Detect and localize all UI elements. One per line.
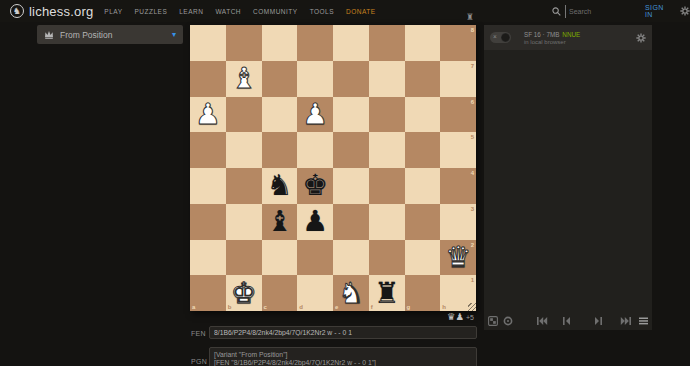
square-a1[interactable]: a [190,275,226,311]
file-label-b: b [228,304,232,310]
next-move-button[interactable] [594,316,603,326]
rank-label-8: 8 [471,27,474,33]
square-b4[interactable] [226,168,262,204]
white-bishop-piece[interactable]: ♝ [231,64,257,93]
square-b7[interactable]: ♝ [226,61,262,97]
black-pawn-piece[interactable]: ♟ [302,207,328,236]
square-d4[interactable]: ♚ [297,168,333,204]
board-resize-handle[interactable] [468,303,476,311]
file-label-g: g [407,304,411,310]
square-f2[interactable] [369,240,405,276]
black-bishop-piece[interactable]: ♝ [266,207,292,236]
square-c5[interactable] [262,132,298,168]
square-d5[interactable] [297,132,333,168]
square-h8[interactable]: 8 [440,25,476,61]
black-knight-piece[interactable]: ♞ [266,171,292,200]
chevron-down-icon: ▾ [172,30,176,39]
engine-box: × SF 16 · 7MBNNUE in local browser [484,25,652,50]
white-pawn-piece[interactable]: ♟ [195,100,221,129]
square-a6[interactable]: ♟ [190,97,226,133]
rank-label-5: 5 [471,134,474,140]
square-e6[interactable] [333,97,369,133]
square-g4[interactable] [405,168,441,204]
material-diff-white: ♛♟+5 [190,311,474,322]
square-a5[interactable] [190,132,226,168]
square-h5[interactable]: 5 [440,132,476,168]
square-f5[interactable] [369,132,405,168]
material-diff-black: ♜ [190,12,474,22]
rank-label-3: 3 [471,206,474,212]
square-g5[interactable] [405,132,441,168]
square-e1[interactable]: ♞e [333,275,369,311]
square-c6[interactable] [262,97,298,133]
square-e2[interactable] [333,240,369,276]
brand-name: lichess.org [29,4,93,19]
square-c2[interactable] [262,240,298,276]
last-move-button[interactable] [620,316,632,326]
square-e3[interactable] [333,204,369,240]
file-label-e: e [335,304,338,310]
file-label-f: f [371,304,373,310]
square-f6[interactable] [369,97,405,133]
square-a2[interactable] [190,240,226,276]
nav-right-group: SIGN IN [552,0,690,22]
file-label-d: d [299,304,303,310]
white-knight-piece[interactable]: ♞ [338,279,364,308]
material-pieces-black: ♜ [466,12,474,22]
analysis-controls-bar [484,312,652,330]
square-g3[interactable] [405,204,441,240]
square-f3[interactable] [369,204,405,240]
square-d8[interactable] [297,25,333,61]
rank-label-6: 6 [471,99,474,105]
toggle-knob [501,33,510,42]
square-h7[interactable]: 7 [440,61,476,97]
black-king-piece[interactable]: ♚ [302,171,328,200]
file-label-c: c [264,304,267,310]
square-a3[interactable] [190,204,226,240]
square-b6[interactable] [226,97,262,133]
pgn-label: PGN [191,358,207,365]
file-label-h: h [442,304,446,310]
square-d1[interactable]: d [297,275,333,311]
previous-move-button[interactable] [562,316,571,326]
square-h6[interactable]: 6 [440,97,476,133]
square-g6[interactable] [405,97,441,133]
file-label-a: a [192,304,195,310]
rank-label-2: 2 [471,242,474,248]
engine-settings-gear-icon[interactable] [636,33,646,43]
square-h2[interactable]: ♛2 [440,240,476,276]
square-f7[interactable] [369,61,405,97]
search-input[interactable] [565,5,637,18]
fen-label: FEN [191,330,206,337]
white-queen-piece[interactable]: ♛ [445,243,471,272]
engine-location: in local browser [524,39,580,45]
rank-label-7: 7 [471,63,474,69]
white-king-piece[interactable]: ♚ [231,279,257,308]
lichess-logo[interactable]: ♞ lichess.org [10,4,93,19]
material-score: +5 [466,314,474,321]
square-e4[interactable] [333,168,369,204]
nav-item-puzzles[interactable]: PUZZLES [134,8,167,15]
square-e8[interactable] [333,25,369,61]
engine-toggle[interactable]: × [490,32,511,43]
pgn-textarea[interactable]: [Variant "From Position"] [FEN "8/1B6/P2… [209,347,477,366]
circle-icon[interactable] [503,316,513,326]
square-b1[interactable]: ♚b [226,275,262,311]
fen-input[interactable] [209,326,477,339]
square-d3[interactable]: ♟ [297,204,333,240]
square-g7[interactable] [405,61,441,97]
square-d2[interactable] [297,240,333,276]
toggle-off-icon: × [493,34,497,41]
square-a8[interactable] [190,25,226,61]
gear-icon[interactable] [680,6,690,16]
square-e5[interactable] [333,132,369,168]
rank-label-4: 4 [471,170,474,176]
square-h4[interactable]: 4 [440,168,476,204]
nav-item-play[interactable]: PLAY [104,8,122,15]
engine-name: SF 16 · 7MB [524,31,559,38]
variant-select-label: From Position [60,30,112,40]
square-h1[interactable]: 1h [440,275,476,311]
analysis-panel: × SF 16 · 7MBNNUE in local browser [484,25,652,330]
square-h3[interactable]: 3 [440,204,476,240]
engine-info: SF 16 · 7MBNNUE in local browser [524,31,580,45]
sign-in-button[interactable]: SIGN IN [645,4,668,18]
first-move-button[interactable] [536,316,548,326]
square-g2[interactable] [405,240,441,276]
square-a7[interactable] [190,61,226,97]
chess-board[interactable]: 8♝7♟♟65♞♚4♝♟3♛2a♚bcd♞e♜fg1h [190,25,476,311]
white-pawn-piece[interactable]: ♟ [302,100,328,129]
square-c3[interactable]: ♝ [262,204,298,240]
rank-label-1: 1 [471,277,474,283]
square-c1[interactable]: c [262,275,298,311]
square-c4[interactable]: ♞ [262,168,298,204]
square-b3[interactable] [226,204,262,240]
square-a4[interactable] [190,168,226,204]
square-g8[interactable] [405,25,441,61]
square-b5[interactable] [226,132,262,168]
square-g1[interactable]: g [405,275,441,311]
menu-icon[interactable] [638,316,649,326]
knight-logo-icon: ♞ [10,4,24,18]
material-pieces-white: ♛♟ [447,311,464,322]
square-c7[interactable] [262,61,298,97]
square-c8[interactable] [262,25,298,61]
square-f8[interactable] [369,25,405,61]
engine-tech-badge: NNUE [562,31,580,38]
square-e7[interactable] [333,61,369,97]
square-f4[interactable] [369,168,405,204]
square-f1[interactable]: ♜f [369,275,405,311]
crown-icon [44,30,54,39]
search-icon[interactable] [552,7,561,16]
square-b8[interactable] [226,25,262,61]
board-icon[interactable] [488,316,498,326]
black-rook-piece[interactable]: ♜ [374,279,400,308]
square-d7[interactable] [297,61,333,97]
variant-select[interactable]: From Position ▾ [37,25,183,44]
square-b2[interactable] [226,240,262,276]
square-d6[interactable]: ♟ [297,97,333,133]
